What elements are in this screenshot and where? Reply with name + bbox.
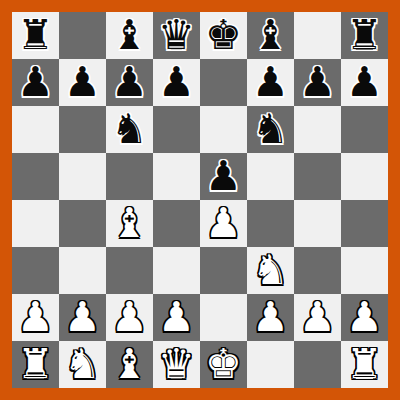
black-knight-piece: ♞ — [111, 106, 148, 153]
square-b3[interactable] — [59, 247, 106, 294]
square-f1[interactable] — [247, 341, 294, 388]
square-g1[interactable] — [294, 341, 341, 388]
square-a1[interactable]: ♜ — [12, 341, 59, 388]
square-f7[interactable]: ♟ — [247, 59, 294, 106]
white-pawn-piece: ♟ — [252, 294, 289, 341]
square-d2[interactable]: ♟ — [153, 294, 200, 341]
white-pawn-piece: ♟ — [64, 294, 101, 341]
white-pawn-piece: ♟ — [158, 294, 195, 341]
square-a7[interactable]: ♟ — [12, 59, 59, 106]
square-e2[interactable] — [200, 294, 247, 341]
white-knight-piece: ♞ — [252, 247, 289, 294]
square-e5[interactable]: ♟ — [200, 153, 247, 200]
black-pawn-piece: ♟ — [299, 59, 336, 106]
black-knight-piece: ♞ — [252, 106, 289, 153]
black-pawn-piece: ♟ — [346, 59, 383, 106]
square-b7[interactable]: ♟ — [59, 59, 106, 106]
square-b5[interactable] — [59, 153, 106, 200]
square-h8[interactable]: ♜ — [341, 12, 388, 59]
white-bishop-piece: ♝ — [111, 200, 148, 247]
square-d5[interactable] — [153, 153, 200, 200]
square-f4[interactable] — [247, 200, 294, 247]
square-d1[interactable]: ♛ — [153, 341, 200, 388]
square-a4[interactable] — [12, 200, 59, 247]
square-h5[interactable] — [341, 153, 388, 200]
square-c2[interactable]: ♟ — [106, 294, 153, 341]
white-knight-piece: ♞ — [64, 341, 101, 388]
square-g4[interactable] — [294, 200, 341, 247]
square-c6[interactable]: ♞ — [106, 106, 153, 153]
square-e1[interactable]: ♚ — [200, 341, 247, 388]
white-king-piece: ♚ — [205, 341, 242, 388]
square-b8[interactable] — [59, 12, 106, 59]
square-g5[interactable] — [294, 153, 341, 200]
black-pawn-piece: ♟ — [64, 59, 101, 106]
black-pawn-piece: ♟ — [252, 59, 289, 106]
square-e4[interactable]: ♟ — [200, 200, 247, 247]
square-e3[interactable] — [200, 247, 247, 294]
white-rook-piece: ♜ — [17, 341, 54, 388]
square-g8[interactable] — [294, 12, 341, 59]
square-g6[interactable] — [294, 106, 341, 153]
square-f5[interactable] — [247, 153, 294, 200]
board-frame: ♜♝♛♚♝♜♟♟♟♟♟♟♟♞♞♟♝♟♞♟♟♟♟♟♟♟♜♞♝♛♚♜ — [0, 0, 400, 400]
square-c1[interactable]: ♝ — [106, 341, 153, 388]
square-h1[interactable]: ♜ — [341, 341, 388, 388]
black-pawn-piece: ♟ — [205, 153, 242, 200]
chess-board: ♜♝♛♚♝♜♟♟♟♟♟♟♟♞♞♟♝♟♞♟♟♟♟♟♟♟♜♞♝♛♚♜ — [12, 12, 388, 388]
square-b6[interactable] — [59, 106, 106, 153]
square-c3[interactable] — [106, 247, 153, 294]
white-pawn-piece: ♟ — [346, 294, 383, 341]
square-d7[interactable]: ♟ — [153, 59, 200, 106]
square-h2[interactable]: ♟ — [341, 294, 388, 341]
square-f8[interactable]: ♝ — [247, 12, 294, 59]
square-g7[interactable]: ♟ — [294, 59, 341, 106]
square-h6[interactable] — [341, 106, 388, 153]
square-c7[interactable]: ♟ — [106, 59, 153, 106]
square-d6[interactable] — [153, 106, 200, 153]
square-e7[interactable] — [200, 59, 247, 106]
black-king-piece: ♚ — [205, 12, 242, 59]
square-e8[interactable]: ♚ — [200, 12, 247, 59]
square-d8[interactable]: ♛ — [153, 12, 200, 59]
black-bishop-piece: ♝ — [252, 12, 289, 59]
square-c8[interactable]: ♝ — [106, 12, 153, 59]
white-bishop-piece: ♝ — [111, 341, 148, 388]
square-h4[interactable] — [341, 200, 388, 247]
white-pawn-piece: ♟ — [111, 294, 148, 341]
square-f3[interactable]: ♞ — [247, 247, 294, 294]
square-g3[interactable] — [294, 247, 341, 294]
square-b4[interactable] — [59, 200, 106, 247]
black-bishop-piece: ♝ — [111, 12, 148, 59]
white-pawn-piece: ♟ — [17, 294, 54, 341]
square-b1[interactable]: ♞ — [59, 341, 106, 388]
square-b2[interactable]: ♟ — [59, 294, 106, 341]
square-g2[interactable]: ♟ — [294, 294, 341, 341]
square-a6[interactable] — [12, 106, 59, 153]
white-rook-piece: ♜ — [346, 341, 383, 388]
square-a5[interactable] — [12, 153, 59, 200]
square-e6[interactable] — [200, 106, 247, 153]
black-rook-piece: ♜ — [17, 12, 54, 59]
square-a2[interactable]: ♟ — [12, 294, 59, 341]
square-f2[interactable]: ♟ — [247, 294, 294, 341]
square-h3[interactable] — [341, 247, 388, 294]
white-pawn-piece: ♟ — [205, 200, 242, 247]
square-d4[interactable] — [153, 200, 200, 247]
black-queen-piece: ♛ — [158, 12, 195, 59]
square-h7[interactable]: ♟ — [341, 59, 388, 106]
square-a3[interactable] — [12, 247, 59, 294]
square-a8[interactable]: ♜ — [12, 12, 59, 59]
square-c4[interactable]: ♝ — [106, 200, 153, 247]
square-d3[interactable] — [153, 247, 200, 294]
black-pawn-piece: ♟ — [158, 59, 195, 106]
square-f6[interactable]: ♞ — [247, 106, 294, 153]
black-pawn-piece: ♟ — [17, 59, 54, 106]
white-pawn-piece: ♟ — [299, 294, 336, 341]
black-rook-piece: ♜ — [346, 12, 383, 59]
black-pawn-piece: ♟ — [111, 59, 148, 106]
white-queen-piece: ♛ — [158, 341, 195, 388]
square-c5[interactable] — [106, 153, 153, 200]
